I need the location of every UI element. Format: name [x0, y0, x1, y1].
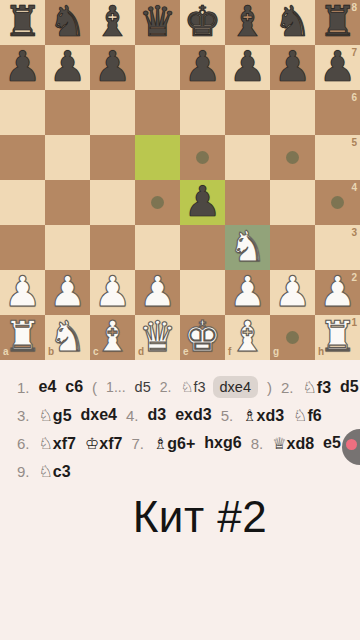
file-label-e: e	[183, 347, 189, 357]
white-pawn[interactable]: ♟	[45, 270, 90, 315]
square-f6[interactable]	[225, 90, 270, 135]
square-f4[interactable]	[225, 180, 270, 225]
square-f8[interactable]: ♝	[225, 0, 270, 45]
square-g2[interactable]: ♟	[270, 270, 315, 315]
square-a5[interactable]	[0, 135, 45, 180]
move[interactable]: e5	[323, 434, 341, 452]
move[interactable]: d5	[135, 379, 151, 395]
square-c5[interactable]	[90, 135, 135, 180]
square-e4[interactable]: ♟	[180, 180, 225, 225]
move[interactable]: ♘g5	[39, 406, 72, 425]
rank-label-2: 2	[351, 273, 357, 283]
square-a6[interactable]	[0, 90, 45, 135]
move[interactable]: ♕xd8	[272, 434, 314, 453]
move[interactable]: e4	[39, 378, 57, 396]
black-pawn[interactable]: ♟	[225, 45, 270, 90]
square-e2[interactable]	[180, 270, 225, 315]
square-g7[interactable]: ♟	[270, 45, 315, 90]
square-d8[interactable]: ♛	[135, 0, 180, 45]
move-dest-dot[interactable]	[151, 196, 164, 209]
rank-label-1: 1	[351, 318, 357, 328]
move-number: 8.	[251, 435, 264, 452]
square-b8[interactable]: ♞	[45, 0, 90, 45]
square-b6[interactable]	[45, 90, 90, 135]
square-d2[interactable]: ♟	[135, 270, 180, 315]
move-dest-dot[interactable]	[331, 196, 344, 209]
rank-label-7: 7	[351, 48, 357, 58]
move-number: 6.	[17, 435, 30, 452]
white-pawn[interactable]: ♟	[270, 270, 315, 315]
black-knight[interactable]: ♞	[270, 0, 315, 45]
move-number: 4.	[126, 407, 139, 424]
move[interactable]: hxg6	[204, 434, 241, 452]
square-c1[interactable]: ♝c	[90, 315, 135, 360]
square-f3[interactable]: ♞	[225, 225, 270, 270]
move-number: 1...	[106, 379, 125, 395]
square-a7[interactable]: ♟	[0, 45, 45, 90]
move[interactable]: ♘c3	[39, 462, 71, 481]
move-dest-dot[interactable]	[286, 331, 299, 344]
move-number: 5.	[221, 407, 234, 424]
move-number: 9.	[17, 463, 30, 480]
move[interactable]: ♘f3	[302, 378, 331, 397]
rank-label-8: 8	[351, 3, 357, 13]
square-d5[interactable]	[135, 135, 180, 180]
move[interactable]: c6	[65, 378, 83, 396]
move-line-1: 1.e4c6(1...d52.♘f3dxe4)2.♘f3d5	[17, 373, 350, 401]
file-label-f: f	[228, 347, 231, 357]
square-c4[interactable]	[90, 180, 135, 225]
move[interactable]: ♘f3	[180, 379, 205, 395]
black-pawn[interactable]: ♟	[45, 45, 90, 90]
move[interactable]: ♔xf7	[85, 434, 122, 453]
square-g3[interactable]	[270, 225, 315, 270]
black-bishop[interactable]: ♝	[225, 0, 270, 45]
white-pawn[interactable]: ♟	[225, 270, 270, 315]
square-e8[interactable]: ♚	[180, 0, 225, 45]
square-b7[interactable]: ♟	[45, 45, 90, 90]
black-king[interactable]: ♚	[180, 0, 225, 45]
move[interactable]: ♗g6+	[153, 434, 195, 453]
move-dest-dot[interactable]	[196, 151, 209, 164]
move[interactable]: d3	[148, 406, 167, 424]
square-f7[interactable]: ♟	[225, 45, 270, 90]
black-bishop[interactable]: ♝	[90, 0, 135, 45]
move[interactable]: ♗xd3	[242, 406, 284, 425]
black-pawn[interactable]: ♟	[180, 45, 225, 90]
square-e5[interactable]	[180, 135, 225, 180]
file-label-a: a	[3, 347, 9, 357]
square-g6[interactable]	[270, 90, 315, 135]
puzzle-title: Кит #2	[0, 492, 360, 542]
square-b3[interactable]	[45, 225, 90, 270]
square-h1[interactable]: ♜1h	[315, 315, 360, 360]
square-c3[interactable]	[90, 225, 135, 270]
square-b1[interactable]: ♞b	[45, 315, 90, 360]
file-label-g: g	[273, 347, 279, 357]
square-c7[interactable]: ♟	[90, 45, 135, 90]
move-line-2: 3.♘g5dxe44.d3exd35.♗xd3♘f6	[17, 401, 350, 429]
move[interactable]: exd3	[175, 406, 211, 424]
square-d3[interactable]	[135, 225, 180, 270]
rank-label-5: 5	[351, 138, 357, 148]
black-knight[interactable]: ♞	[45, 0, 90, 45]
rank-label-3: 3	[351, 228, 357, 238]
move-number: )	[267, 379, 272, 396]
square-h4[interactable]: 4	[315, 180, 360, 225]
square-b2[interactable]: ♟	[45, 270, 90, 315]
square-a1[interactable]: ♜a	[0, 315, 45, 360]
white-knight[interactable]: ♞	[225, 225, 270, 270]
square-d6[interactable]	[135, 90, 180, 135]
record-dot-icon	[346, 439, 357, 450]
square-b4[interactable]	[45, 180, 90, 225]
square-b5[interactable]	[45, 135, 90, 180]
square-h8[interactable]: ♜8	[315, 0, 360, 45]
square-d1[interactable]: ♛d	[135, 315, 180, 360]
move[interactable]: dxe4	[81, 406, 117, 424]
square-h7[interactable]: ♟7	[315, 45, 360, 90]
move-number: 2.	[160, 379, 172, 395]
square-f2[interactable]: ♟	[225, 270, 270, 315]
move[interactable]: d5	[340, 378, 359, 396]
rank-label-4: 4	[351, 183, 357, 193]
file-label-h: h	[318, 347, 324, 357]
square-d4[interactable]	[135, 180, 180, 225]
square-e7[interactable]: ♟	[180, 45, 225, 90]
square-a8[interactable]: ♜	[0, 0, 45, 45]
square-a3[interactable]	[0, 225, 45, 270]
square-g4[interactable]	[270, 180, 315, 225]
black-pawn[interactable]: ♟	[90, 45, 135, 90]
move-number: 1.	[17, 379, 30, 396]
file-label-b: b	[48, 347, 54, 357]
square-h5[interactable]: 5	[315, 135, 360, 180]
square-h2[interactable]: ♟2	[315, 270, 360, 315]
move-list[interactable]: 1.e4c6(1...d52.♘f3dxe4)2.♘f3d53.♘g5dxe44…	[0, 360, 360, 485]
move[interactable]: ♘f6	[293, 406, 322, 425]
file-label-d: d	[138, 347, 144, 357]
white-pawn[interactable]: ♟	[135, 270, 180, 315]
square-e1[interactable]: ♚e	[180, 315, 225, 360]
square-f1[interactable]: ♝f	[225, 315, 270, 360]
square-e6[interactable]	[180, 90, 225, 135]
square-g5[interactable]	[270, 135, 315, 180]
move-number: 3.	[17, 407, 30, 424]
move-number: (	[92, 379, 97, 396]
black-pawn[interactable]: ♟	[270, 45, 315, 90]
white-pawn[interactable]: ♟	[0, 270, 45, 315]
square-e3[interactable]	[180, 225, 225, 270]
square-a4[interactable]	[0, 180, 45, 225]
white-pawn[interactable]: ♟	[90, 270, 135, 315]
square-a2[interactable]: ♟	[0, 270, 45, 315]
square-h3[interactable]: 3	[315, 225, 360, 270]
square-g1[interactable]: g	[270, 315, 315, 360]
move-line-3: 6.♘xf7♔xf77.♗g6+hxg68.♕xd8e5	[17, 429, 350, 457]
chess-board[interactable]: ♜♞♝♛♚♝♞♜8♟♟♟♟♟♟♟765♟4♞3♟♟♟♟♟♟♟2♜a♞b♝c♛d♚…	[0, 0, 360, 360]
square-g8[interactable]: ♞	[270, 0, 315, 45]
square-c8[interactable]: ♝	[90, 0, 135, 45]
move[interactable]: ♘xf7	[39, 434, 76, 453]
white-bishop[interactable]: ♝	[225, 315, 270, 360]
file-label-c: c	[93, 347, 99, 357]
black-rook[interactable]: ♜	[0, 0, 45, 45]
square-f5[interactable]	[225, 135, 270, 180]
move-number: 7.	[131, 435, 144, 452]
square-c2[interactable]: ♟	[90, 270, 135, 315]
move-number: 2.	[281, 379, 294, 396]
black-pawn[interactable]: ♟	[0, 45, 45, 90]
square-h6[interactable]: 6	[315, 90, 360, 135]
rank-label-6: 6	[351, 93, 357, 103]
square-c6[interactable]	[90, 90, 135, 135]
black-queen[interactable]: ♛	[135, 0, 180, 45]
move-line-4: 9.♘c3	[17, 457, 350, 485]
move-dest-dot[interactable]	[286, 151, 299, 164]
black-pawn[interactable]: ♟	[180, 180, 225, 225]
square-d7[interactable]	[135, 45, 180, 90]
move-current[interactable]: dxe4	[213, 376, 258, 398]
